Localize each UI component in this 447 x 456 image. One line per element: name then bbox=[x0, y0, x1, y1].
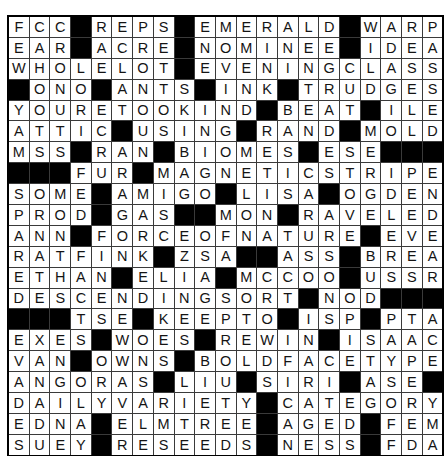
letter-cell-r1c8[interactable]: S bbox=[154, 17, 174, 37]
letter-cell-r4c3[interactable]: N bbox=[50, 80, 70, 100]
letter-cell-r1c12[interactable]: E bbox=[237, 17, 257, 37]
letter-cell-r15c17[interactable]: P bbox=[340, 309, 360, 329]
letter-cell-r5c5[interactable]: E bbox=[92, 101, 112, 121]
letter-cell-r5c14[interactable]: B bbox=[278, 101, 298, 121]
letter-cell-r11c16[interactable]: R bbox=[319, 226, 339, 246]
letter-cell-r19c5[interactable]: Y bbox=[92, 393, 112, 413]
letter-cell-r1c13[interactable]: R bbox=[257, 17, 277, 37]
letter-cell-r15c20[interactable]: T bbox=[402, 309, 422, 329]
letter-cell-r10c2[interactable]: R bbox=[30, 205, 50, 225]
letter-cell-r17c19[interactable]: Y bbox=[381, 351, 401, 371]
letter-cell-r9c9[interactable]: G bbox=[175, 184, 195, 204]
letter-cell-r3c10[interactable]: E bbox=[195, 59, 215, 79]
letter-cell-r5c1[interactable]: Y bbox=[9, 101, 29, 121]
letter-cell-r19c4[interactable]: L bbox=[71, 393, 91, 413]
letter-cell-r13c21[interactable]: R bbox=[423, 268, 443, 288]
letter-cell-r1c15[interactable]: L bbox=[299, 17, 319, 37]
letter-cell-r12c2[interactable]: A bbox=[30, 247, 50, 267]
letter-cell-r6c15[interactable]: N bbox=[299, 121, 319, 141]
letter-cell-r4c13[interactable]: K bbox=[257, 80, 277, 100]
letter-cell-r17c18[interactable]: T bbox=[361, 351, 381, 371]
letter-cell-r17c11[interactable]: O bbox=[216, 351, 236, 371]
letter-cell-r9c8[interactable]: I bbox=[154, 184, 174, 204]
letter-cell-r12c1[interactable]: R bbox=[9, 247, 29, 267]
letter-cell-r7c3[interactable]: S bbox=[50, 142, 70, 162]
letter-cell-r11c17[interactable]: E bbox=[340, 226, 360, 246]
letter-cell-r11c1[interactable]: A bbox=[9, 226, 29, 246]
letter-cell-r11c8[interactable]: C bbox=[154, 226, 174, 246]
letter-cell-r4c16[interactable]: R bbox=[319, 80, 339, 100]
letter-cell-r14c3[interactable]: S bbox=[50, 289, 70, 309]
letter-cell-r9c19[interactable]: D bbox=[381, 184, 401, 204]
letter-cell-r6c21[interactable]: D bbox=[423, 121, 443, 141]
letter-cell-r12c14[interactable]: A bbox=[278, 247, 298, 267]
letter-cell-r5c8[interactable]: O bbox=[154, 101, 174, 121]
letter-cell-r3c13[interactable]: N bbox=[257, 59, 277, 79]
letter-cell-r4c12[interactable]: N bbox=[237, 80, 257, 100]
letter-cell-r19c15[interactable]: A bbox=[299, 393, 319, 413]
letter-cell-r8c4[interactable]: F bbox=[71, 163, 91, 183]
letter-cell-r20c9[interactable]: T bbox=[175, 414, 195, 434]
letter-cell-r10c20[interactable]: E bbox=[402, 205, 422, 225]
letter-cell-r3c19[interactable]: A bbox=[381, 59, 401, 79]
letter-cell-r5c17[interactable]: T bbox=[340, 101, 360, 121]
letter-cell-r10c21[interactable]: D bbox=[423, 205, 443, 225]
letter-cell-r18c13[interactable]: S bbox=[257, 372, 277, 392]
letter-cell-r20c10[interactable]: R bbox=[195, 414, 215, 434]
letter-cell-r19c12[interactable]: Y bbox=[237, 393, 257, 413]
letter-cell-r11c13[interactable]: A bbox=[257, 226, 277, 246]
letter-cell-r4c15[interactable]: T bbox=[299, 80, 319, 100]
letter-cell-r17c15[interactable]: A bbox=[299, 351, 319, 371]
letter-cell-r16c9[interactable]: S bbox=[175, 330, 195, 350]
letter-cell-r2c12[interactable]: M bbox=[237, 38, 257, 58]
letter-cell-r5c10[interactable]: I bbox=[195, 101, 215, 121]
letter-cell-r18c15[interactable]: R bbox=[299, 372, 319, 392]
letter-cell-r16c17[interactable]: I bbox=[340, 330, 360, 350]
letter-cell-r13c2[interactable]: T bbox=[30, 268, 50, 288]
letter-cell-r16c20[interactable]: A bbox=[402, 330, 422, 350]
letter-cell-r9c21[interactable]: N bbox=[423, 184, 443, 204]
letter-cell-r8c9[interactable]: A bbox=[175, 163, 195, 183]
letter-cell-r18c2[interactable]: N bbox=[30, 372, 50, 392]
letter-cell-r7c13[interactable]: E bbox=[257, 142, 277, 162]
letter-cell-r21c6[interactable]: R bbox=[112, 435, 132, 455]
letter-cell-r10c19[interactable]: L bbox=[381, 205, 401, 225]
letter-cell-r8c16[interactable]: S bbox=[319, 163, 339, 183]
letter-cell-r11c20[interactable]: V bbox=[402, 226, 422, 246]
letter-cell-r19c8[interactable]: R bbox=[154, 393, 174, 413]
letter-cell-r11c7[interactable]: R bbox=[133, 226, 153, 246]
letter-cell-r2c10[interactable]: N bbox=[195, 38, 215, 58]
letter-cell-r10c8[interactable]: S bbox=[154, 205, 174, 225]
letter-cell-r2c21[interactable]: A bbox=[423, 38, 443, 58]
letter-cell-r7c16[interactable]: E bbox=[319, 142, 339, 162]
letter-cell-r20c14[interactable]: A bbox=[278, 414, 298, 434]
letter-cell-r4c7[interactable]: N bbox=[133, 80, 153, 100]
letter-cell-r21c16[interactable]: S bbox=[319, 435, 339, 455]
letter-cell-r4c8[interactable]: T bbox=[154, 80, 174, 100]
letter-cell-r21c9[interactable]: E bbox=[175, 435, 195, 455]
letter-cell-r6c14[interactable]: A bbox=[278, 121, 298, 141]
letter-cell-r17c12[interactable]: L bbox=[237, 351, 257, 371]
letter-cell-r5c20[interactable]: L bbox=[402, 101, 422, 121]
letter-cell-r21c4[interactable]: Y bbox=[71, 435, 91, 455]
letter-cell-r13c16[interactable]: O bbox=[319, 268, 339, 288]
letter-cell-r19c10[interactable]: E bbox=[195, 393, 215, 413]
letter-cell-r9c20[interactable]: E bbox=[402, 184, 422, 204]
letter-cell-r10c7[interactable]: A bbox=[133, 205, 153, 225]
letter-cell-r6c10[interactable]: N bbox=[195, 121, 215, 141]
letter-cell-r13c10[interactable]: A bbox=[195, 268, 215, 288]
letter-cell-r20c8[interactable]: M bbox=[154, 414, 174, 434]
letter-cell-r15c16[interactable]: S bbox=[319, 309, 339, 329]
letter-cell-r8c19[interactable]: I bbox=[381, 163, 401, 183]
letter-cell-r18c3[interactable]: G bbox=[50, 372, 70, 392]
letter-cell-r6c18[interactable]: M bbox=[361, 121, 381, 141]
letter-cell-r1c6[interactable]: E bbox=[112, 17, 132, 37]
letter-cell-r9c2[interactable]: O bbox=[30, 184, 50, 204]
letter-cell-r14c13[interactable]: R bbox=[257, 289, 277, 309]
letter-cell-r18c20[interactable]: E bbox=[402, 372, 422, 392]
letter-cell-r8c21[interactable]: E bbox=[423, 163, 443, 183]
letter-cell-r6c20[interactable]: L bbox=[402, 121, 422, 141]
letter-cell-r11c6[interactable]: O bbox=[112, 226, 132, 246]
letter-cell-r5c3[interactable]: U bbox=[50, 101, 70, 121]
letter-cell-r8c13[interactable]: T bbox=[257, 163, 277, 183]
letter-cell-r4c11[interactable]: I bbox=[216, 80, 236, 100]
letter-cell-r11c3[interactable]: N bbox=[50, 226, 70, 246]
letter-cell-r19c6[interactable]: V bbox=[112, 393, 132, 413]
letter-cell-r18c14[interactable]: I bbox=[278, 372, 298, 392]
letter-cell-r21c12[interactable]: S bbox=[237, 435, 257, 455]
letter-cell-r11c14[interactable]: T bbox=[278, 226, 298, 246]
letter-cell-r19c20[interactable]: R bbox=[402, 393, 422, 413]
letter-cell-r2c7[interactable]: R bbox=[133, 38, 153, 58]
letter-cell-r20c12[interactable]: E bbox=[237, 414, 257, 434]
letter-cell-r20c4[interactable]: A bbox=[71, 414, 91, 434]
letter-cell-r20c17[interactable]: D bbox=[340, 414, 360, 434]
letter-cell-r20c2[interactable]: D bbox=[30, 414, 50, 434]
letter-cell-r14c9[interactable]: N bbox=[175, 289, 195, 309]
letter-cell-r17c6[interactable]: W bbox=[112, 351, 132, 371]
letter-cell-r21c11[interactable]: D bbox=[216, 435, 236, 455]
letter-cell-r12c18[interactable]: B bbox=[361, 247, 381, 267]
letter-cell-r5c16[interactable]: A bbox=[319, 101, 339, 121]
letter-cell-r8c6[interactable]: R bbox=[112, 163, 132, 183]
letter-cell-r10c12[interactable]: O bbox=[237, 205, 257, 225]
letter-cell-r13c15[interactable]: O bbox=[299, 268, 319, 288]
letter-cell-r13c20[interactable]: S bbox=[402, 268, 422, 288]
letter-cell-r16c4[interactable]: S bbox=[71, 330, 91, 350]
letter-cell-r16c21[interactable]: C bbox=[423, 330, 443, 350]
letter-cell-r13c13[interactable]: C bbox=[257, 268, 277, 288]
letter-cell-r3c14[interactable]: I bbox=[278, 59, 298, 79]
letter-cell-r6c9[interactable]: I bbox=[175, 121, 195, 141]
letter-cell-r10c3[interactable]: O bbox=[50, 205, 70, 225]
letter-cell-r21c19[interactable]: F bbox=[381, 435, 401, 455]
letter-cell-r9c15[interactable]: A bbox=[299, 184, 319, 204]
letter-cell-r14c12[interactable]: O bbox=[237, 289, 257, 309]
letter-cell-r17c8[interactable]: S bbox=[154, 351, 174, 371]
letter-cell-r19c7[interactable]: A bbox=[133, 393, 153, 413]
letter-cell-r2c6[interactable]: C bbox=[112, 38, 132, 58]
letter-cell-r3c3[interactable]: O bbox=[50, 59, 70, 79]
letter-cell-r2c14[interactable]: N bbox=[278, 38, 298, 58]
letter-cell-r20c19[interactable]: F bbox=[381, 414, 401, 434]
letter-cell-r4c4[interactable]: O bbox=[71, 80, 91, 100]
letter-cell-r4c21[interactable]: S bbox=[423, 80, 443, 100]
letter-cell-r11c21[interactable]: E bbox=[423, 226, 443, 246]
letter-cell-r1c20[interactable]: R bbox=[402, 17, 422, 37]
letter-cell-r18c18[interactable]: A bbox=[361, 372, 381, 392]
letter-cell-r7c17[interactable]: S bbox=[340, 142, 360, 162]
letter-cell-r21c15[interactable]: E bbox=[299, 435, 319, 455]
letter-cell-r18c16[interactable]: I bbox=[319, 372, 339, 392]
letter-cell-r2c1[interactable]: E bbox=[9, 38, 29, 58]
letter-cell-r12c3[interactable]: T bbox=[50, 247, 70, 267]
letter-cell-r1c5[interactable]: R bbox=[92, 17, 112, 37]
letter-cell-r6c5[interactable]: C bbox=[92, 121, 112, 141]
letter-cell-r16c6[interactable]: W bbox=[112, 330, 132, 350]
letter-cell-r6c7[interactable]: U bbox=[133, 121, 153, 141]
letter-cell-r3c16[interactable]: G bbox=[319, 59, 339, 79]
letter-cell-r10c17[interactable]: V bbox=[340, 205, 360, 225]
letter-cell-r10c1[interactable]: P bbox=[9, 205, 29, 225]
letter-cell-r5c12[interactable]: D bbox=[237, 101, 257, 121]
letter-cell-r15c15[interactable]: I bbox=[299, 309, 319, 329]
letter-cell-r14c7[interactable]: D bbox=[133, 289, 153, 309]
letter-cell-r21c17[interactable]: S bbox=[340, 435, 360, 455]
letter-cell-r15c4[interactable]: T bbox=[71, 309, 91, 329]
letter-cell-r16c12[interactable]: E bbox=[237, 330, 257, 350]
letter-cell-r9c14[interactable]: S bbox=[278, 184, 298, 204]
letter-cell-r16c18[interactable]: S bbox=[361, 330, 381, 350]
letter-cell-r20c6[interactable]: E bbox=[112, 414, 132, 434]
letter-cell-r5c11[interactable]: N bbox=[216, 101, 236, 121]
letter-cell-r3c1[interactable]: W bbox=[9, 59, 29, 79]
letter-cell-r17c2[interactable]: A bbox=[30, 351, 50, 371]
letter-cell-r14c10[interactable]: G bbox=[195, 289, 215, 309]
letter-cell-r4c18[interactable]: D bbox=[361, 80, 381, 100]
letter-cell-r9c13[interactable]: I bbox=[257, 184, 277, 204]
letter-cell-r12c19[interactable]: R bbox=[381, 247, 401, 267]
letter-cell-r5c4[interactable]: R bbox=[71, 101, 91, 121]
letter-cell-r2c13[interactable]: I bbox=[257, 38, 277, 58]
letter-cell-r6c4[interactable]: I bbox=[71, 121, 91, 141]
letter-cell-r15c10[interactable]: E bbox=[195, 309, 215, 329]
letter-cell-r14c1[interactable]: D bbox=[9, 289, 29, 309]
letter-cell-r9c6[interactable]: A bbox=[112, 184, 132, 204]
letter-cell-r7c2[interactable]: S bbox=[30, 142, 50, 162]
letter-cell-r14c17[interactable]: O bbox=[340, 289, 360, 309]
letter-cell-r8c8[interactable]: M bbox=[154, 163, 174, 183]
letter-cell-r7c5[interactable]: R bbox=[92, 142, 112, 162]
letter-cell-r2c11[interactable]: O bbox=[216, 38, 236, 58]
letter-cell-r20c16[interactable]: E bbox=[319, 414, 339, 434]
letter-cell-r16c3[interactable]: E bbox=[50, 330, 70, 350]
letter-cell-r19c18[interactable]: G bbox=[361, 393, 381, 413]
letter-cell-r11c19[interactable]: E bbox=[381, 226, 401, 246]
letter-cell-r3c17[interactable]: C bbox=[340, 59, 360, 79]
letter-cell-r13c4[interactable]: A bbox=[71, 268, 91, 288]
letter-cell-r14c11[interactable]: S bbox=[216, 289, 236, 309]
letter-cell-r15c19[interactable]: P bbox=[381, 309, 401, 329]
letter-cell-r15c11[interactable]: P bbox=[216, 309, 236, 329]
letter-cell-r11c11[interactable]: F bbox=[216, 226, 236, 246]
letter-cell-r13c1[interactable]: E bbox=[9, 268, 29, 288]
letter-cell-r16c19[interactable]: A bbox=[381, 330, 401, 350]
letter-cell-r2c2[interactable]: A bbox=[30, 38, 50, 58]
letter-cell-r15c8[interactable]: K bbox=[154, 309, 174, 329]
letter-cell-r9c18[interactable]: G bbox=[361, 184, 381, 204]
letter-cell-r2c5[interactable]: A bbox=[92, 38, 112, 58]
letter-cell-r14c18[interactable]: D bbox=[361, 289, 381, 309]
letter-cell-r9c3[interactable]: M bbox=[50, 184, 70, 204]
letter-cell-r3c6[interactable]: L bbox=[112, 59, 132, 79]
letter-cell-r5c21[interactable]: E bbox=[423, 101, 443, 121]
letter-cell-r12c7[interactable]: K bbox=[133, 247, 153, 267]
letter-cell-r19c21[interactable]: Y bbox=[423, 393, 443, 413]
letter-cell-r10c6[interactable]: G bbox=[112, 205, 132, 225]
letter-cell-r18c4[interactable]: O bbox=[71, 372, 91, 392]
letter-cell-r3c11[interactable]: V bbox=[216, 59, 236, 79]
letter-cell-r17c20[interactable]: P bbox=[402, 351, 422, 371]
letter-cell-r10c16[interactable]: A bbox=[319, 205, 339, 225]
letter-cell-r7c1[interactable]: M bbox=[9, 142, 29, 162]
letter-cell-r8c14[interactable]: I bbox=[278, 163, 298, 183]
letter-cell-r4c6[interactable]: A bbox=[112, 80, 132, 100]
letter-cell-r6c11[interactable]: G bbox=[216, 121, 236, 141]
letter-cell-r3c12[interactable]: E bbox=[237, 59, 257, 79]
letter-cell-r21c20[interactable]: D bbox=[402, 435, 422, 455]
letter-cell-r21c7[interactable]: E bbox=[133, 435, 153, 455]
letter-cell-r20c11[interactable]: E bbox=[216, 414, 236, 434]
letter-cell-r21c8[interactable]: S bbox=[154, 435, 174, 455]
letter-cell-r14c14[interactable]: T bbox=[278, 289, 298, 309]
letter-cell-r4c17[interactable]: U bbox=[340, 80, 360, 100]
letter-cell-r5c9[interactable]: K bbox=[175, 101, 195, 121]
letter-cell-r17c5[interactable]: O bbox=[92, 351, 112, 371]
letter-cell-r9c7[interactable]: M bbox=[133, 184, 153, 204]
letter-cell-r13c9[interactable]: I bbox=[175, 268, 195, 288]
letter-cell-r20c21[interactable]: M bbox=[423, 414, 443, 434]
letter-cell-r1c19[interactable]: A bbox=[381, 17, 401, 37]
letter-cell-r1c1[interactable]: F bbox=[9, 17, 29, 37]
letter-cell-r11c10[interactable]: O bbox=[195, 226, 215, 246]
letter-cell-r12c15[interactable]: S bbox=[299, 247, 319, 267]
letter-cell-r14c16[interactable]: N bbox=[319, 289, 339, 309]
letter-cell-r4c20[interactable]: E bbox=[402, 80, 422, 100]
letter-cell-r15c5[interactable]: S bbox=[92, 309, 112, 329]
letter-cell-r7c9[interactable]: B bbox=[175, 142, 195, 162]
letter-cell-r14c6[interactable]: N bbox=[112, 289, 132, 309]
letter-cell-r21c21[interactable]: A bbox=[423, 435, 443, 455]
letter-cell-r15c9[interactable]: E bbox=[175, 309, 195, 329]
letter-cell-r17c16[interactable]: C bbox=[319, 351, 339, 371]
letter-cell-r4c2[interactable]: O bbox=[30, 80, 50, 100]
letter-cell-r16c11[interactable]: R bbox=[216, 330, 236, 350]
letter-cell-r7c7[interactable]: N bbox=[133, 142, 153, 162]
letter-cell-r15c6[interactable]: E bbox=[112, 309, 132, 329]
letter-cell-r10c15[interactable]: R bbox=[299, 205, 319, 225]
letter-cell-r16c7[interactable]: O bbox=[133, 330, 153, 350]
letter-cell-r17c21[interactable]: E bbox=[423, 351, 443, 371]
letter-cell-r19c17[interactable]: E bbox=[340, 393, 360, 413]
letter-cell-r18c5[interactable]: R bbox=[92, 372, 112, 392]
letter-cell-r21c10[interactable]: E bbox=[195, 435, 215, 455]
letter-cell-r21c1[interactable]: S bbox=[9, 435, 29, 455]
letter-cell-r1c11[interactable]: M bbox=[216, 17, 236, 37]
letter-cell-r4c9[interactable]: S bbox=[175, 80, 195, 100]
letter-cell-r17c1[interactable]: V bbox=[9, 351, 29, 371]
letter-cell-r8c5[interactable]: U bbox=[92, 163, 112, 183]
letter-cell-r7c11[interactable]: O bbox=[216, 142, 236, 162]
letter-cell-r3c21[interactable]: S bbox=[423, 59, 443, 79]
letter-cell-r6c3[interactable]: T bbox=[50, 121, 70, 141]
letter-cell-r2c8[interactable]: E bbox=[154, 38, 174, 58]
letter-cell-r1c2[interactable]: C bbox=[30, 17, 50, 37]
letter-cell-r10c4[interactable]: D bbox=[71, 205, 91, 225]
letter-cell-r13c7[interactable]: E bbox=[133, 268, 153, 288]
letter-cell-r19c1[interactable]: D bbox=[9, 393, 29, 413]
letter-cell-r12c21[interactable]: A bbox=[423, 247, 443, 267]
letter-cell-r3c7[interactable]: O bbox=[133, 59, 153, 79]
letter-cell-r12c9[interactable]: Z bbox=[175, 247, 195, 267]
letter-cell-r19c14[interactable]: C bbox=[278, 393, 298, 413]
letter-cell-r8c11[interactable]: N bbox=[216, 163, 236, 183]
letter-cell-r3c15[interactable]: N bbox=[299, 59, 319, 79]
letter-cell-r18c1[interactable]: A bbox=[9, 372, 29, 392]
letter-cell-r6c16[interactable]: D bbox=[319, 121, 339, 141]
letter-cell-r21c2[interactable]: U bbox=[30, 435, 50, 455]
letter-cell-r3c4[interactable]: L bbox=[71, 59, 91, 79]
letter-cell-r2c3[interactable]: R bbox=[50, 38, 70, 58]
letter-cell-r6c1[interactable]: A bbox=[9, 121, 29, 141]
letter-cell-r2c19[interactable]: D bbox=[381, 38, 401, 58]
letter-cell-r1c10[interactable]: E bbox=[195, 17, 215, 37]
letter-cell-r16c14[interactable]: I bbox=[278, 330, 298, 350]
letter-cell-r13c3[interactable]: H bbox=[50, 268, 70, 288]
letter-cell-r14c2[interactable]: E bbox=[30, 289, 50, 309]
letter-cell-r1c21[interactable]: P bbox=[423, 17, 443, 37]
letter-cell-r11c9[interactable]: E bbox=[175, 226, 195, 246]
letter-cell-r7c18[interactable]: E bbox=[361, 142, 381, 162]
letter-cell-r8c17[interactable]: T bbox=[340, 163, 360, 183]
letter-cell-r8c15[interactable]: C bbox=[299, 163, 319, 183]
letter-cell-r20c20[interactable]: E bbox=[402, 414, 422, 434]
letter-cell-r9c1[interactable]: S bbox=[9, 184, 29, 204]
letter-cell-r6c13[interactable]: R bbox=[257, 121, 277, 141]
letter-cell-r15c12[interactable]: T bbox=[237, 309, 257, 329]
letter-cell-r11c5[interactable]: F bbox=[92, 226, 112, 246]
letter-cell-r13c14[interactable]: C bbox=[278, 268, 298, 288]
letter-cell-r7c10[interactable]: I bbox=[195, 142, 215, 162]
letter-cell-r2c16[interactable]: E bbox=[319, 38, 339, 58]
letter-cell-r1c14[interactable]: A bbox=[278, 17, 298, 37]
letter-cell-r1c7[interactable]: P bbox=[133, 17, 153, 37]
letter-cell-r9c4[interactable]: E bbox=[71, 184, 91, 204]
letter-cell-r20c7[interactable]: L bbox=[133, 414, 153, 434]
letter-cell-r18c6[interactable]: A bbox=[112, 372, 132, 392]
letter-cell-r10c11[interactable]: M bbox=[216, 205, 236, 225]
letter-cell-r13c19[interactable]: S bbox=[381, 268, 401, 288]
letter-cell-r1c16[interactable]: D bbox=[319, 17, 339, 37]
letter-cell-r16c13[interactable]: W bbox=[257, 330, 277, 350]
letter-cell-r3c8[interactable]: T bbox=[154, 59, 174, 79]
letter-cell-r18c11[interactable]: U bbox=[216, 372, 236, 392]
letter-cell-r16c15[interactable]: N bbox=[299, 330, 319, 350]
